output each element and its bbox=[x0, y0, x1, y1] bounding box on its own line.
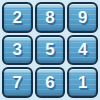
tile-r1c2[interactable]: 8 bbox=[35, 2, 66, 33]
tile-digit: 6 bbox=[45, 74, 54, 91]
puzzle-board: 2 8 9 3 5 4 7 6 1 bbox=[0, 0, 100, 100]
tile-r3c3[interactable]: 1 bbox=[67, 67, 98, 98]
tile-digit: 4 bbox=[78, 41, 87, 58]
tile-r3c2[interactable]: 6 bbox=[35, 67, 66, 98]
tile-r2c3[interactable]: 4 bbox=[67, 35, 98, 66]
tile-r1c1[interactable]: 2 bbox=[2, 2, 33, 33]
tile-digit: 7 bbox=[13, 74, 22, 91]
tile-digit: 8 bbox=[45, 9, 54, 26]
tile-digit: 2 bbox=[13, 9, 22, 26]
tile-digit: 1 bbox=[78, 74, 87, 91]
tile-r2c1[interactable]: 3 bbox=[2, 35, 33, 66]
tile-digit: 3 bbox=[13, 41, 22, 58]
tile-digit: 5 bbox=[45, 41, 54, 58]
tile-r3c1[interactable]: 7 bbox=[2, 67, 33, 98]
tile-r2c2[interactable]: 5 bbox=[35, 35, 66, 66]
tile-r1c3[interactable]: 9 bbox=[67, 2, 98, 33]
tile-digit: 9 bbox=[78, 9, 87, 26]
